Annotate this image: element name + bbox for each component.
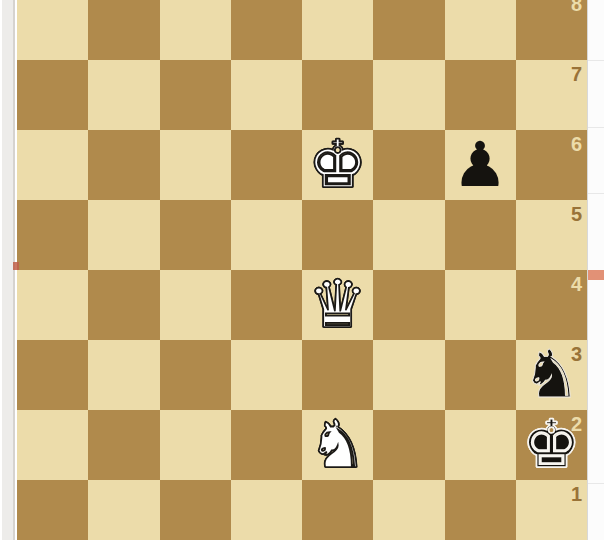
square-e5[interactable] — [302, 200, 373, 270]
scroll-position-marker[interactable] — [588, 270, 604, 280]
panel-divider-line — [588, 60, 604, 61]
white-queen-e4[interactable]: ♛ — [302, 270, 373, 340]
square-f7[interactable] — [373, 60, 444, 130]
black-pawn-g6[interactable]: ♟ — [445, 130, 516, 200]
white-knight-e2[interactable]: ♞ — [302, 410, 373, 480]
square-f1[interactable] — [373, 480, 444, 540]
square-a4[interactable] — [17, 270, 88, 340]
square-d8[interactable] — [231, 0, 302, 60]
square-f5[interactable] — [373, 200, 444, 270]
rank-label-5: 5 — [571, 204, 582, 224]
rank-label-4: 4 — [571, 274, 582, 294]
square-e2[interactable]: ♞ — [302, 410, 373, 480]
square-c1[interactable] — [160, 480, 231, 540]
square-c8[interactable] — [160, 0, 231, 60]
square-e1[interactable] — [302, 480, 373, 540]
square-b3[interactable] — [88, 340, 159, 410]
chess-board: ♚♟♛♞♞♚87654321 — [17, 0, 587, 540]
rank-label-3: 3 — [571, 344, 582, 364]
square-e7[interactable] — [302, 60, 373, 130]
square-f6[interactable] — [373, 130, 444, 200]
left-edge-marker — [13, 262, 19, 270]
square-g8[interactable] — [445, 0, 516, 60]
square-e3[interactable] — [302, 340, 373, 410]
square-a5[interactable] — [17, 200, 88, 270]
square-f2[interactable] — [373, 410, 444, 480]
square-a7[interactable] — [17, 60, 88, 130]
square-e4[interactable]: ♛ — [302, 270, 373, 340]
panel-divider-line — [588, 127, 604, 128]
square-g3[interactable] — [445, 340, 516, 410]
square-d7[interactable] — [231, 60, 302, 130]
left-page-gutter — [0, 0, 17, 540]
square-g5[interactable] — [445, 200, 516, 270]
rank-label-6: 6 — [571, 134, 582, 154]
square-f8[interactable] — [373, 0, 444, 60]
square-g1[interactable] — [445, 480, 516, 540]
square-a2[interactable] — [17, 410, 88, 480]
square-b1[interactable] — [88, 480, 159, 540]
square-e6[interactable]: ♚ — [302, 130, 373, 200]
square-e8[interactable] — [302, 0, 373, 60]
square-g4[interactable] — [445, 270, 516, 340]
left-gutter-strip — [2, 0, 15, 540]
square-f3[interactable] — [373, 340, 444, 410]
square-f4[interactable] — [373, 270, 444, 340]
rank-label-1: 1 — [571, 484, 582, 504]
square-d3[interactable] — [231, 340, 302, 410]
side-panel-scroll-track[interactable] — [587, 0, 604, 540]
square-b7[interactable] — [88, 60, 159, 130]
square-g2[interactable] — [445, 410, 516, 480]
square-c6[interactable] — [160, 130, 231, 200]
square-c2[interactable] — [160, 410, 231, 480]
square-a3[interactable] — [17, 340, 88, 410]
rank-label-2: 2 — [571, 414, 582, 434]
page: ♚♟♛♞♞♚87654321 — [0, 0, 604, 540]
white-king-e6[interactable]: ♚ — [302, 130, 373, 200]
square-d4[interactable] — [231, 270, 302, 340]
square-d5[interactable] — [231, 200, 302, 270]
panel-divider-line — [588, 193, 604, 194]
square-a8[interactable] — [17, 0, 88, 60]
square-b5[interactable] — [88, 200, 159, 270]
square-c5[interactable] — [160, 200, 231, 270]
square-b8[interactable] — [88, 0, 159, 60]
square-d1[interactable] — [231, 480, 302, 540]
square-c4[interactable] — [160, 270, 231, 340]
square-b4[interactable] — [88, 270, 159, 340]
square-b2[interactable] — [88, 410, 159, 480]
square-d2[interactable] — [231, 410, 302, 480]
square-a1[interactable] — [17, 480, 88, 540]
panel-divider-line — [588, 483, 604, 484]
rank-label-7: 7 — [571, 64, 582, 84]
rank-label-8: 8 — [571, 0, 582, 14]
square-b6[interactable] — [88, 130, 159, 200]
square-d6[interactable] — [231, 130, 302, 200]
square-a6[interactable] — [17, 130, 88, 200]
square-c3[interactable] — [160, 340, 231, 410]
square-g6[interactable]: ♟ — [445, 130, 516, 200]
square-c7[interactable] — [160, 60, 231, 130]
square-g7[interactable] — [445, 60, 516, 130]
